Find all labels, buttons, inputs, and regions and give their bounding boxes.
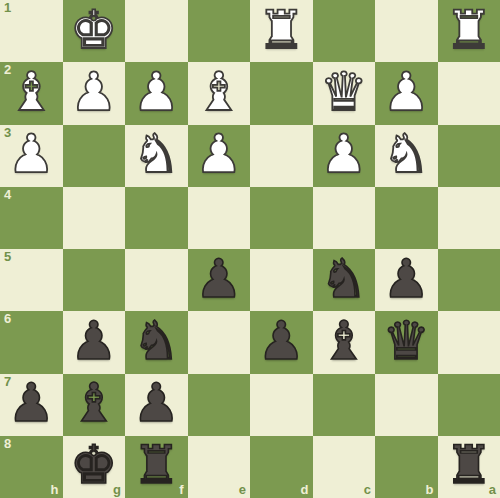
rank-label-1: 1 <box>4 1 11 14</box>
file-label-c: c <box>364 483 371 496</box>
white-pawn-icon[interactable]: ♟ <box>70 65 118 118</box>
square-a2[interactable] <box>438 62 500 124</box>
square-h8[interactable]: 8h <box>0 436 63 498</box>
black-pawn-icon[interactable]: ♟ <box>7 376 55 429</box>
square-f3[interactable]: ♞ <box>125 125 188 187</box>
square-d6[interactable]: ♟ <box>250 311 313 373</box>
file-label-e: e <box>239 483 246 496</box>
square-c3[interactable]: ♟ <box>313 125 376 187</box>
white-pawn-icon[interactable]: ♟ <box>132 65 180 118</box>
square-a8[interactable]: a♜ <box>438 436 500 498</box>
square-e5[interactable]: ♟ <box>188 249 251 311</box>
black-pawn-icon[interactable]: ♟ <box>195 252 243 305</box>
white-queen-icon[interactable]: ♛ <box>320 65 368 118</box>
square-h3[interactable]: 3♟ <box>0 125 63 187</box>
square-f6[interactable]: ♞ <box>125 311 188 373</box>
square-c8[interactable]: c <box>313 436 376 498</box>
white-king-icon[interactable]: ♚ <box>70 3 118 56</box>
black-pawn-icon[interactable]: ♟ <box>257 314 305 367</box>
square-e1[interactable] <box>188 0 251 62</box>
black-bishop-icon[interactable]: ♝ <box>70 376 118 429</box>
white-knight-icon[interactable]: ♞ <box>382 127 430 180</box>
black-rook-icon[interactable]: ♜ <box>445 438 493 491</box>
square-c5[interactable]: ♞ <box>313 249 376 311</box>
black-knight-icon[interactable]: ♞ <box>132 314 180 367</box>
square-h7[interactable]: 7♟ <box>0 374 63 436</box>
square-g1[interactable]: ♚ <box>63 0 126 62</box>
white-knight-icon[interactable]: ♞ <box>132 127 180 180</box>
black-rook-icon[interactable]: ♜ <box>132 438 180 491</box>
square-h5[interactable]: 5 <box>0 249 63 311</box>
square-g4[interactable] <box>63 187 126 249</box>
black-pawn-icon[interactable]: ♟ <box>70 314 118 367</box>
square-a6[interactable] <box>438 311 500 373</box>
square-e4[interactable] <box>188 187 251 249</box>
white-pawn-icon[interactable]: ♟ <box>320 127 368 180</box>
white-pawn-icon[interactable]: ♟ <box>7 127 55 180</box>
square-d2[interactable] <box>250 62 313 124</box>
square-a5[interactable] <box>438 249 500 311</box>
square-b3[interactable]: ♞ <box>375 125 438 187</box>
white-rook-icon[interactable]: ♜ <box>257 3 305 56</box>
square-c2[interactable]: ♛ <box>313 62 376 124</box>
square-d3[interactable] <box>250 125 313 187</box>
square-f5[interactable] <box>125 249 188 311</box>
black-queen-icon[interactable]: ♛ <box>382 314 430 367</box>
square-g8[interactable]: g♚ <box>63 436 126 498</box>
file-label-h: h <box>51 483 59 496</box>
square-g7[interactable]: ♝ <box>63 374 126 436</box>
square-b1[interactable] <box>375 0 438 62</box>
square-d4[interactable] <box>250 187 313 249</box>
square-a1[interactable]: ♜ <box>438 0 500 62</box>
square-b6[interactable]: ♛ <box>375 311 438 373</box>
square-d8[interactable]: d <box>250 436 313 498</box>
square-g2[interactable]: ♟ <box>63 62 126 124</box>
square-c7[interactable] <box>313 374 376 436</box>
black-king-icon[interactable]: ♚ <box>70 438 118 491</box>
black-pawn-icon[interactable]: ♟ <box>382 252 430 305</box>
rank-label-4: 4 <box>4 188 11 201</box>
square-e8[interactable]: e <box>188 436 251 498</box>
square-b5[interactable]: ♟ <box>375 249 438 311</box>
black-bishop-icon[interactable]: ♝ <box>320 314 368 367</box>
white-bishop-icon[interactable]: ♝ <box>7 65 55 118</box>
square-b8[interactable]: b <box>375 436 438 498</box>
square-h6[interactable]: 6 <box>0 311 63 373</box>
rank-label-8: 8 <box>4 437 11 450</box>
square-c4[interactable] <box>313 187 376 249</box>
square-e6[interactable] <box>188 311 251 373</box>
square-b2[interactable]: ♟ <box>375 62 438 124</box>
square-g5[interactable] <box>63 249 126 311</box>
square-b4[interactable] <box>375 187 438 249</box>
square-f1[interactable] <box>125 0 188 62</box>
file-label-b: b <box>426 483 434 496</box>
square-c1[interactable] <box>313 0 376 62</box>
square-a3[interactable] <box>438 125 500 187</box>
file-label-d: d <box>301 483 309 496</box>
square-g3[interactable] <box>63 125 126 187</box>
square-c6[interactable]: ♝ <box>313 311 376 373</box>
square-h1[interactable]: 1 <box>0 0 63 62</box>
square-f8[interactable]: f♜ <box>125 436 188 498</box>
white-bishop-icon[interactable]: ♝ <box>195 65 243 118</box>
rank-label-6: 6 <box>4 312 11 325</box>
square-f2[interactable]: ♟ <box>125 62 188 124</box>
chess-board: 1♚♜♜2♝♟♟♝♛♟3♟♞♟♟♞45♟♞♟6♟♞♟♝♛7♟♝♟8hg♚f♜ed… <box>0 0 500 498</box>
square-d5[interactable] <box>250 249 313 311</box>
square-e7[interactable] <box>188 374 251 436</box>
square-g6[interactable]: ♟ <box>63 311 126 373</box>
square-h2[interactable]: 2♝ <box>0 62 63 124</box>
white-pawn-icon[interactable]: ♟ <box>382 65 430 118</box>
black-pawn-icon[interactable]: ♟ <box>132 376 180 429</box>
white-rook-icon[interactable]: ♜ <box>445 3 493 56</box>
square-b7[interactable] <box>375 374 438 436</box>
square-a7[interactable] <box>438 374 500 436</box>
square-e2[interactable]: ♝ <box>188 62 251 124</box>
square-e3[interactable]: ♟ <box>188 125 251 187</box>
square-d1[interactable]: ♜ <box>250 0 313 62</box>
square-f4[interactable] <box>125 187 188 249</box>
square-a4[interactable] <box>438 187 500 249</box>
square-h4[interactable]: 4 <box>0 187 63 249</box>
black-knight-icon[interactable]: ♞ <box>320 252 368 305</box>
rank-label-5: 5 <box>4 250 11 263</box>
square-f7[interactable]: ♟ <box>125 374 188 436</box>
square-d7[interactable] <box>250 374 313 436</box>
white-pawn-icon[interactable]: ♟ <box>195 127 243 180</box>
